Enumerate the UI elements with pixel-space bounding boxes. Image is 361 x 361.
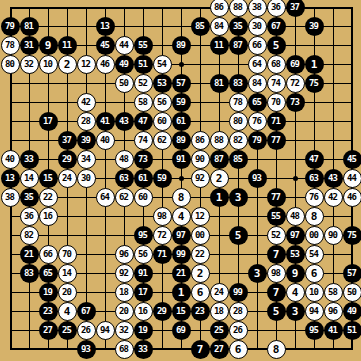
stone-black-23: 23 xyxy=(191,302,210,321)
move-number: 4 xyxy=(292,287,299,298)
stone-black-53: 53 xyxy=(286,245,305,264)
move-number: 96 xyxy=(328,307,338,316)
stone-black-57: 57 xyxy=(343,264,361,283)
move-number: 88 xyxy=(233,3,243,12)
stone-black-5: 5 xyxy=(267,302,286,321)
stone-white-2: 2 xyxy=(58,55,77,74)
stone-white-28: 28 xyxy=(229,302,248,321)
stone-white-10: 10 xyxy=(305,283,324,302)
move-number: 70 xyxy=(62,250,72,259)
move-number: 83 xyxy=(233,79,243,88)
move-number: 49 xyxy=(119,60,129,69)
stone-black-5: 5 xyxy=(267,36,286,55)
move-number: 28 xyxy=(81,117,91,126)
stone-white-50: 50 xyxy=(115,74,134,93)
stone-white-68: 68 xyxy=(267,55,286,74)
stone-white-88: 88 xyxy=(210,131,229,150)
move-number: 83 xyxy=(24,269,34,278)
move-number: 36 xyxy=(24,212,34,221)
move-number: 60 xyxy=(157,117,167,126)
stone-white-82: 82 xyxy=(229,131,248,150)
stone-black-71: 71 xyxy=(153,245,172,264)
move-number: 67 xyxy=(271,22,281,31)
stone-white-2: 2 xyxy=(191,264,210,283)
move-number: 23 xyxy=(195,307,205,316)
move-number: 66 xyxy=(43,250,53,259)
stone-white-72: 72 xyxy=(153,226,172,245)
move-number: 39 xyxy=(309,22,319,31)
stone-white-96: 96 xyxy=(115,245,134,264)
stone-white-12: 12 xyxy=(191,207,210,226)
stone-white-74: 74 xyxy=(134,131,153,150)
stone-black-7: 7 xyxy=(191,340,210,359)
stone-white-64: 64 xyxy=(248,55,267,74)
stone-black-49: 49 xyxy=(115,55,134,74)
stone-white-90: 90 xyxy=(191,150,210,169)
move-number: 80 xyxy=(233,117,243,126)
move-number: 69 xyxy=(176,326,186,335)
stone-white-60: 60 xyxy=(153,112,172,131)
stone-white-90: 90 xyxy=(324,226,343,245)
stone-white-44: 44 xyxy=(115,36,134,55)
move-number: 21 xyxy=(176,269,186,278)
stone-black-35: 35 xyxy=(20,188,39,207)
stone-black-3: 3 xyxy=(286,302,305,321)
stone-black-27: 27 xyxy=(39,321,58,340)
move-number: 14 xyxy=(24,174,34,183)
stone-black-21: 21 xyxy=(20,245,39,264)
move-number: 00 xyxy=(309,231,319,240)
stone-black-61: 61 xyxy=(134,169,153,188)
move-number: 7 xyxy=(273,249,280,260)
stone-black-15: 15 xyxy=(172,302,191,321)
move-number: 52 xyxy=(271,231,281,240)
move-number: 81 xyxy=(24,22,34,31)
stone-white-66: 66 xyxy=(248,36,267,55)
move-number: 29 xyxy=(62,155,72,164)
stone-black-19: 19 xyxy=(39,283,58,302)
stone-white-22: 22 xyxy=(39,188,58,207)
stone-white-36: 36 xyxy=(20,207,39,226)
move-number: 97 xyxy=(290,231,300,240)
stone-black-99: 99 xyxy=(172,245,191,264)
move-number: 52 xyxy=(138,79,148,88)
move-number: 44 xyxy=(347,174,357,183)
move-number: 6 xyxy=(311,268,318,279)
stone-black-89: 89 xyxy=(172,131,191,150)
move-number: 63 xyxy=(119,174,129,183)
stone-black-37: 37 xyxy=(286,0,305,17)
move-number: 36 xyxy=(271,3,281,12)
stone-black-45: 45 xyxy=(96,36,115,55)
move-number: 95 xyxy=(309,326,319,335)
move-number: 80 xyxy=(5,60,15,69)
stone-black-49: 49 xyxy=(343,302,361,321)
move-number: 3 xyxy=(235,192,242,203)
stone-white-62: 62 xyxy=(115,188,134,207)
stone-black-33: 33 xyxy=(134,340,153,359)
stone-black-93: 93 xyxy=(77,340,96,359)
move-number: 40 xyxy=(100,136,110,145)
move-number: 58 xyxy=(138,98,148,107)
move-number: 94 xyxy=(100,326,110,335)
move-number: 11 xyxy=(62,41,72,50)
stone-white-78: 78 xyxy=(229,93,248,112)
move-number: 69 xyxy=(290,60,300,69)
move-number: 65 xyxy=(43,269,53,278)
move-number: 77 xyxy=(271,136,281,145)
stone-black-81: 81 xyxy=(20,17,39,36)
stone-black-91: 91 xyxy=(134,264,153,283)
stone-white-54: 54 xyxy=(153,55,172,74)
move-number: 97 xyxy=(176,231,186,240)
move-number: 79 xyxy=(5,22,15,31)
stone-white-14: 14 xyxy=(58,264,77,283)
move-number: 38 xyxy=(252,3,262,12)
move-number: 42 xyxy=(81,98,91,107)
move-number: 43 xyxy=(328,174,338,183)
stone-black-93: 93 xyxy=(248,169,267,188)
move-number: 27 xyxy=(43,326,53,335)
move-number: 11 xyxy=(214,41,224,50)
stone-white-94: 94 xyxy=(96,321,115,340)
stone-white-46: 46 xyxy=(343,188,361,207)
stone-black-45: 45 xyxy=(343,150,361,169)
stone-black-79: 79 xyxy=(1,17,20,36)
stone-black-85: 85 xyxy=(191,17,210,36)
stone-white-94: 94 xyxy=(305,302,324,321)
stone-white-00: 00 xyxy=(305,226,324,245)
move-number: 6 xyxy=(197,287,204,298)
move-number: 9 xyxy=(292,268,299,279)
stone-white-32: 32 xyxy=(115,321,134,340)
move-number: 47 xyxy=(138,117,148,126)
move-number: 78 xyxy=(233,98,243,107)
move-number: 46 xyxy=(100,60,110,69)
move-number: 7 xyxy=(197,344,204,355)
move-number: 25 xyxy=(214,326,224,335)
move-number: 86 xyxy=(195,136,205,145)
move-number: 12 xyxy=(81,60,91,69)
move-number: 1 xyxy=(216,192,223,203)
move-number: 16 xyxy=(43,212,53,221)
stone-black-59: 59 xyxy=(172,93,191,112)
move-number: 40 xyxy=(5,155,15,164)
move-number: 87 xyxy=(214,155,224,164)
stone-white-40: 40 xyxy=(1,150,20,169)
stone-black-87: 87 xyxy=(229,36,248,55)
move-number: 73 xyxy=(138,155,148,164)
move-number: 45 xyxy=(100,41,110,50)
move-number: 93 xyxy=(81,345,91,354)
move-number: 62 xyxy=(119,193,129,202)
stone-black-43: 43 xyxy=(324,169,343,188)
stone-white-46: 46 xyxy=(96,55,115,74)
stone-black-99: 99 xyxy=(229,283,248,302)
stone-black-89: 89 xyxy=(172,36,191,55)
stone-white-84: 84 xyxy=(248,74,267,93)
stone-black-71: 71 xyxy=(267,112,286,131)
move-number: 53 xyxy=(157,79,167,88)
move-number: 22 xyxy=(195,250,205,259)
stone-black-27: 27 xyxy=(210,340,229,359)
move-number: 42 xyxy=(328,193,338,202)
stone-white-58: 58 xyxy=(324,283,343,302)
stone-white-74: 74 xyxy=(267,74,286,93)
move-number: 68 xyxy=(271,60,281,69)
stone-white-00: 00 xyxy=(191,226,210,245)
stone-black-23: 23 xyxy=(39,302,58,321)
stone-white-24: 24 xyxy=(210,283,229,302)
stone-black-7: 7 xyxy=(267,283,286,302)
stone-black-69: 69 xyxy=(172,321,191,340)
stone-white-38: 38 xyxy=(248,0,267,17)
move-number: 90 xyxy=(328,231,338,240)
stone-white-56: 56 xyxy=(153,93,172,112)
move-number: 86 xyxy=(214,3,224,12)
move-number: 2 xyxy=(216,173,223,184)
stone-white-86: 86 xyxy=(191,131,210,150)
move-number: 60 xyxy=(138,193,148,202)
stone-black-97: 97 xyxy=(172,226,191,245)
move-number: 92 xyxy=(195,174,205,183)
move-number: 55 xyxy=(138,41,148,50)
stone-white-64: 64 xyxy=(96,188,115,207)
move-number: 84 xyxy=(252,79,262,88)
stone-black-37: 37 xyxy=(58,131,77,150)
move-number: 49 xyxy=(347,307,357,316)
stone-black-13: 13 xyxy=(96,17,115,36)
move-number: 54 xyxy=(309,250,319,259)
move-number: 59 xyxy=(176,98,186,107)
move-number: 71 xyxy=(157,250,167,259)
stone-black-77: 77 xyxy=(267,131,286,150)
move-number: 13 xyxy=(5,174,15,183)
move-number: 41 xyxy=(328,326,338,335)
move-number: 24 xyxy=(214,288,224,297)
move-number: 89 xyxy=(176,41,186,50)
stone-white-30: 30 xyxy=(248,17,267,36)
stone-black-39: 39 xyxy=(305,17,324,36)
move-number: 4 xyxy=(178,211,185,222)
stone-black-9: 9 xyxy=(39,36,58,55)
move-number: 74 xyxy=(271,79,281,88)
move-number: 68 xyxy=(119,345,129,354)
stone-black-51: 51 xyxy=(134,55,153,74)
move-number: 62 xyxy=(157,136,167,145)
move-number: 5 xyxy=(273,306,280,317)
stone-black-41: 41 xyxy=(96,112,115,131)
stone-white-14: 14 xyxy=(20,169,39,188)
stone-black-1: 1 xyxy=(172,283,191,302)
stone-white-36: 36 xyxy=(267,0,286,17)
stone-white-52: 52 xyxy=(267,226,286,245)
stone-black-65: 65 xyxy=(248,93,267,112)
stone-black-29: 29 xyxy=(153,302,172,321)
stone-black-75: 75 xyxy=(343,226,361,245)
move-number: 82 xyxy=(24,231,34,240)
stone-black-63: 63 xyxy=(115,169,134,188)
stone-black-31: 31 xyxy=(20,36,39,55)
stone-white-2: 2 xyxy=(210,169,229,188)
stone-white-80: 80 xyxy=(1,55,20,74)
move-number: 85 xyxy=(195,22,205,31)
stone-black-11: 11 xyxy=(58,36,77,55)
stone-black-87: 87 xyxy=(210,150,229,169)
move-number: 19 xyxy=(43,288,53,297)
stone-black-55: 55 xyxy=(134,36,153,55)
stone-white-6: 6 xyxy=(191,283,210,302)
move-number: 14 xyxy=(62,269,72,278)
move-number: 34 xyxy=(81,155,91,164)
move-number: 87 xyxy=(233,41,243,50)
grid-line-horizontal xyxy=(10,348,353,350)
stone-white-4: 4 xyxy=(58,302,77,321)
move-number: 51 xyxy=(347,326,357,335)
stone-black-69: 69 xyxy=(286,55,305,74)
move-number: 15 xyxy=(43,174,53,183)
go-board: 8688383637798113858435306739783191145445… xyxy=(0,0,361,361)
stone-white-58: 58 xyxy=(134,93,153,112)
move-number: 94 xyxy=(309,307,319,316)
stone-white-92: 92 xyxy=(191,169,210,188)
move-number: 57 xyxy=(176,79,186,88)
stone-white-20: 20 xyxy=(115,302,134,321)
stone-black-9: 9 xyxy=(286,264,305,283)
move-number: 98 xyxy=(157,212,167,221)
move-number: 38 xyxy=(5,193,15,202)
move-number: 47 xyxy=(309,155,319,164)
stone-white-26: 26 xyxy=(229,321,248,340)
stone-white-70: 70 xyxy=(58,245,77,264)
move-number: 46 xyxy=(347,193,357,202)
move-number: 91 xyxy=(176,155,186,164)
move-number: 21 xyxy=(24,250,34,259)
move-number: 99 xyxy=(233,288,243,297)
stone-white-62: 62 xyxy=(153,131,172,150)
stone-black-91: 91 xyxy=(172,150,191,169)
move-number: 64 xyxy=(100,193,110,202)
stone-white-16: 16 xyxy=(134,302,153,321)
stone-black-95: 95 xyxy=(305,321,324,340)
stone-white-60: 60 xyxy=(134,188,153,207)
move-number: 75 xyxy=(309,79,319,88)
stone-black-47: 47 xyxy=(134,112,153,131)
move-number: 82 xyxy=(233,136,243,145)
stone-black-53: 53 xyxy=(153,74,172,93)
stone-white-82: 82 xyxy=(20,226,39,245)
move-number: 56 xyxy=(157,98,167,107)
stone-white-34: 34 xyxy=(77,150,96,169)
move-number: 72 xyxy=(157,231,167,240)
move-number: 56 xyxy=(138,250,148,259)
move-number: 22 xyxy=(43,193,53,202)
stone-white-40: 40 xyxy=(96,131,115,150)
stone-white-88: 88 xyxy=(229,0,248,17)
move-number: 99 xyxy=(176,250,186,259)
move-number: 35 xyxy=(24,193,34,202)
move-number: 5 xyxy=(273,40,280,51)
stone-black-73: 73 xyxy=(286,93,305,112)
stone-black-39: 39 xyxy=(77,131,96,150)
move-number: 98 xyxy=(271,269,281,278)
move-number: 65 xyxy=(252,98,262,107)
move-number: 84 xyxy=(214,22,224,31)
stone-white-66: 66 xyxy=(39,245,58,264)
move-number: 18 xyxy=(119,288,129,297)
move-number: 96 xyxy=(119,250,129,259)
move-number: 18 xyxy=(214,307,224,316)
move-number: 30 xyxy=(81,174,91,183)
stone-black-21: 21 xyxy=(172,264,191,283)
stone-white-4: 4 xyxy=(172,207,191,226)
move-number: 10 xyxy=(43,60,53,69)
move-number: 26 xyxy=(233,326,243,335)
stone-black-17: 17 xyxy=(39,112,58,131)
stone-black-15: 15 xyxy=(39,169,58,188)
move-number: 16 xyxy=(138,307,148,316)
move-number: 92 xyxy=(119,269,129,278)
stone-white-56: 56 xyxy=(134,245,153,264)
stone-white-24: 24 xyxy=(58,169,77,188)
stone-black-83: 83 xyxy=(229,74,248,93)
move-number: 19 xyxy=(138,326,148,335)
move-number: 44 xyxy=(119,41,129,50)
stone-white-78: 78 xyxy=(1,36,20,55)
move-number: 13 xyxy=(100,22,110,31)
stone-black-79: 79 xyxy=(248,131,267,150)
stone-white-20: 20 xyxy=(58,283,77,302)
move-number: 12 xyxy=(195,212,205,221)
move-number: 61 xyxy=(176,117,186,126)
stone-black-85: 85 xyxy=(229,150,248,169)
stone-white-6: 6 xyxy=(305,264,324,283)
move-number: 33 xyxy=(138,345,148,354)
move-number: 20 xyxy=(119,307,129,316)
stone-white-76: 76 xyxy=(248,112,267,131)
stone-black-47: 47 xyxy=(305,150,324,169)
move-number: 43 xyxy=(119,117,129,126)
move-number: 53 xyxy=(290,250,300,259)
stone-black-77: 77 xyxy=(267,188,286,207)
move-number: 79 xyxy=(252,136,262,145)
move-number: 3 xyxy=(292,306,299,317)
move-number: 6 xyxy=(235,344,242,355)
star-point xyxy=(179,62,184,67)
move-number: 90 xyxy=(195,155,205,164)
stone-black-25: 25 xyxy=(58,321,77,340)
stone-black-41: 41 xyxy=(324,321,343,340)
move-number: 48 xyxy=(290,212,300,221)
move-number: 50 xyxy=(119,79,129,88)
move-number: 25 xyxy=(62,326,72,335)
stone-black-83: 83 xyxy=(20,264,39,283)
move-number: 61 xyxy=(138,174,148,183)
stone-white-12: 12 xyxy=(77,55,96,74)
move-number: 63 xyxy=(309,174,319,183)
move-number: 26 xyxy=(81,326,91,335)
stone-white-38: 38 xyxy=(1,188,20,207)
move-number: 4 xyxy=(64,306,71,317)
star-point xyxy=(179,176,184,181)
move-number: 64 xyxy=(252,60,262,69)
stone-white-32: 32 xyxy=(20,55,39,74)
move-number: 1 xyxy=(311,59,318,70)
move-number: 95 xyxy=(138,231,148,240)
stone-black-11: 11 xyxy=(210,36,229,55)
move-number: 54 xyxy=(157,60,167,69)
stone-black-55: 55 xyxy=(267,207,286,226)
